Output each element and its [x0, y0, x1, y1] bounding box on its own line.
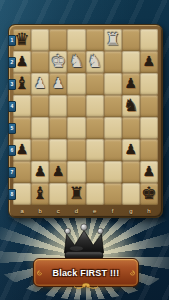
rank-labels: 12345678 [8, 29, 16, 205]
rank-label-slot: 4 [8, 95, 16, 117]
file-label-e: e [86, 207, 104, 216]
square-g2[interactable] [122, 51, 140, 73]
file-label-b: b [31, 207, 49, 216]
square-h8[interactable]: ♚ [140, 183, 158, 205]
square-h6[interactable] [140, 139, 158, 161]
white-pawn-c3[interactable]: ♟ [52, 76, 65, 90]
square-e8[interactable] [86, 183, 104, 205]
black-pawn-a6[interactable]: ♟ [16, 142, 29, 156]
black-crown-icon [60, 222, 108, 262]
square-f6[interactable] [104, 139, 122, 161]
turn-banner: Black FIRST !!! [33, 258, 139, 287]
square-g1[interactable] [122, 29, 140, 51]
rank-label-slot: 1 [8, 29, 16, 51]
square-g7[interactable] [122, 161, 140, 183]
black-pawn-h2[interactable]: ♟ [143, 54, 156, 68]
rank-label-slot: 6 [8, 139, 16, 161]
square-f1[interactable]: ♜ [104, 29, 122, 51]
white-knight-d2[interactable]: ♞ [69, 53, 84, 70]
rank-label-slot: 2 [8, 51, 16, 73]
white-pawn-b3[interactable]: ♟ [34, 76, 47, 90]
square-e7[interactable] [86, 161, 104, 183]
square-e3[interactable] [86, 73, 104, 95]
file-label-h: h [140, 207, 158, 216]
black-queen-a1[interactable]: ♛ [14, 31, 29, 48]
square-d5[interactable] [67, 117, 85, 139]
black-pawn-a2[interactable]: ♟ [16, 54, 29, 68]
file-labels: abcdefgh [13, 207, 158, 216]
square-c4[interactable] [49, 95, 67, 117]
scroll-ornament-left-icon [36, 269, 43, 276]
square-h2[interactable]: ♟ [140, 51, 158, 73]
black-pawn-g3[interactable]: ♟ [125, 76, 138, 90]
square-b2[interactable] [31, 51, 49, 73]
square-g4[interactable]: ♞ [122, 95, 140, 117]
rank-label-6: 6 [8, 145, 16, 156]
square-d6[interactable] [67, 139, 85, 161]
scroll-ornament-right-icon [129, 269, 136, 276]
black-bishop-b8[interactable]: ♝ [33, 185, 48, 202]
rank-label-1: 1 [8, 35, 16, 46]
square-b4[interactable] [31, 95, 49, 117]
black-pawn-b7[interactable]: ♟ [34, 164, 47, 178]
white-king-c2[interactable]: ♚ [51, 53, 66, 70]
board-grid: ♛♜♟♚♞♞♟♝♟♟♟♞♟♟♟♟♟♝♜♚ [13, 29, 158, 205]
square-c7[interactable]: ♟ [49, 161, 67, 183]
black-pawn-c7[interactable]: ♟ [52, 164, 65, 178]
square-b1[interactable] [31, 29, 49, 51]
square-d7[interactable] [67, 161, 85, 183]
square-d1[interactable] [67, 29, 85, 51]
file-label-a: a [13, 207, 31, 216]
rank-label-slot: 5 [8, 117, 16, 139]
file-label-g: g [122, 207, 140, 216]
square-h7[interactable]: ♟ [140, 161, 158, 183]
square-f7[interactable] [104, 161, 122, 183]
rank-label-3: 3 [8, 79, 16, 90]
square-f4[interactable] [104, 95, 122, 117]
square-h5[interactable] [140, 117, 158, 139]
square-b6[interactable] [31, 139, 49, 161]
rank-label-5: 5 [8, 123, 16, 134]
rank-label-slot: 7 [8, 161, 16, 183]
square-f3[interactable] [104, 73, 122, 95]
square-c6[interactable] [49, 139, 67, 161]
chess-board: ♛♜♟♚♞♞♟♝♟♟♟♞♟♟♟♟♟♝♜♚ 12345678 abcdefgh [8, 24, 163, 218]
square-h3[interactable] [140, 73, 158, 95]
square-g3[interactable]: ♟ [122, 73, 140, 95]
square-h4[interactable] [140, 95, 158, 117]
app-screen: ♛♜♟♚♞♞♟♝♟♟♟♞♟♟♟♟♟♝♜♚ 12345678 abcdefgh B… [0, 0, 169, 300]
square-g5[interactable] [122, 117, 140, 139]
black-bishop-a3[interactable]: ♝ [14, 75, 29, 92]
square-c1[interactable] [49, 29, 67, 51]
rank-label-7: 7 [8, 167, 16, 178]
square-e1[interactable] [86, 29, 104, 51]
square-c3[interactable]: ♟ [49, 73, 67, 95]
square-g8[interactable] [122, 183, 140, 205]
black-pawn-g6[interactable]: ♟ [125, 142, 138, 156]
square-f8[interactable] [104, 183, 122, 205]
square-f2[interactable] [104, 51, 122, 73]
scroll-ornament-bottom-icon [73, 282, 99, 291]
black-pawn-h7[interactable]: ♟ [143, 164, 156, 178]
square-e6[interactable] [86, 139, 104, 161]
white-knight-e2[interactable]: ♞ [87, 53, 102, 70]
rank-label-slot: 3 [8, 73, 16, 95]
square-d4[interactable] [67, 95, 85, 117]
black-king-h8[interactable]: ♚ [141, 185, 156, 202]
white-rook-f1[interactable]: ♜ [105, 31, 120, 48]
square-d3[interactable] [67, 73, 85, 95]
square-d2[interactable]: ♞ [67, 51, 85, 73]
file-label-f: f [104, 207, 122, 216]
square-b3[interactable]: ♟ [31, 73, 49, 95]
square-g6[interactable]: ♟ [122, 139, 140, 161]
black-knight-g4[interactable]: ♞ [123, 97, 138, 114]
square-b8[interactable]: ♝ [31, 183, 49, 205]
rank-label-2: 2 [8, 57, 16, 68]
square-e5[interactable] [86, 117, 104, 139]
square-h1[interactable] [140, 29, 158, 51]
square-f5[interactable] [104, 117, 122, 139]
rank-label-4: 4 [8, 101, 16, 112]
square-b5[interactable] [31, 117, 49, 139]
square-b7[interactable]: ♟ [31, 161, 49, 183]
square-d8[interactable]: ♜ [67, 183, 85, 205]
rank-label-slot: 8 [8, 183, 16, 205]
square-e4[interactable] [86, 95, 104, 117]
square-c8[interactable] [49, 183, 67, 205]
square-e2[interactable]: ♞ [86, 51, 104, 73]
square-c2[interactable]: ♚ [49, 51, 67, 73]
black-rook-d8[interactable]: ♜ [69, 185, 84, 202]
file-label-c: c [49, 207, 67, 216]
file-label-d: d [67, 207, 85, 216]
square-c5[interactable] [49, 117, 67, 139]
turn-banner-text: Black FIRST !!! [52, 268, 119, 278]
rank-label-8: 8 [8, 189, 16, 200]
